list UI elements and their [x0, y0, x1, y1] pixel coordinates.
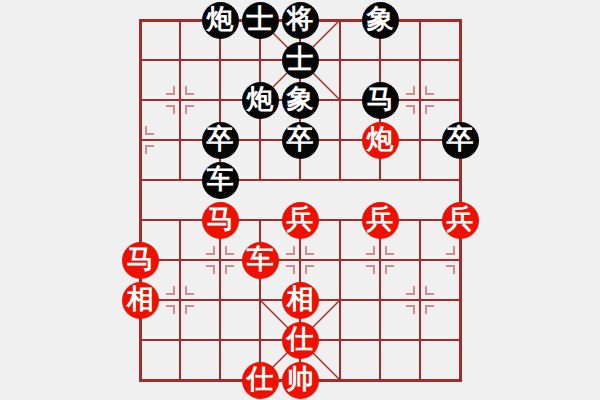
piece-red-chariot[interactable]: 车 [242, 242, 279, 279]
point-marker [166, 105, 175, 114]
piece-red-advisor[interactable]: 仕 [242, 362, 279, 399]
piece-black-chariot[interactable]: 车 [202, 162, 239, 199]
piece-glyph: 炮 [247, 86, 274, 113]
piece-black-advisor[interactable]: 士 [282, 42, 319, 79]
grid-line [419, 19, 421, 181]
piece-red-soldier[interactable]: 兵 [282, 202, 319, 239]
piece-black-elephant[interactable]: 象 [362, 2, 399, 39]
piece-glyph: 卒 [207, 126, 234, 153]
piece-glyph: 兵 [287, 206, 314, 233]
point-marker [385, 246, 394, 255]
piece-glyph: 马 [127, 246, 154, 273]
point-marker [185, 105, 194, 114]
piece-red-soldier[interactable]: 兵 [362, 202, 399, 239]
point-marker [185, 305, 194, 314]
grid-line [139, 19, 142, 382]
xiangqi-board: 炮士将象士炮象马卒卒炮卒车马兵兵兵马车相相仕仕帅 [0, 0, 600, 400]
grid-line [459, 19, 462, 382]
point-marker [206, 265, 215, 274]
piece-black-soldier[interactable]: 卒 [202, 122, 239, 159]
point-marker [206, 246, 215, 255]
piece-red-advisor[interactable]: 仕 [282, 322, 319, 359]
point-marker [406, 305, 415, 314]
piece-red-elephant[interactable]: 相 [282, 282, 319, 319]
point-marker [166, 286, 175, 295]
piece-glyph: 车 [207, 166, 234, 193]
point-marker [166, 86, 175, 95]
grid-line [219, 219, 221, 381]
point-marker [305, 246, 314, 255]
piece-glyph: 士 [247, 6, 274, 33]
piece-red-general[interactable]: 帅 [282, 362, 319, 399]
point-marker [185, 86, 194, 95]
point-marker [446, 265, 455, 274]
grid-line [339, 19, 341, 181]
piece-black-general[interactable]: 将 [282, 2, 319, 39]
point-marker [225, 265, 234, 274]
piece-glyph: 象 [367, 6, 394, 33]
piece-black-cannon[interactable]: 炮 [202, 2, 239, 39]
piece-glyph: 将 [287, 6, 314, 33]
point-marker [185, 286, 194, 295]
grid-line [419, 219, 421, 381]
piece-glyph: 马 [367, 86, 394, 113]
grid-line [179, 19, 181, 181]
piece-glyph: 车 [247, 246, 274, 273]
piece-black-elephant[interactable]: 象 [282, 82, 319, 119]
grid-line [379, 219, 381, 381]
point-marker [406, 286, 415, 295]
point-marker [366, 265, 375, 274]
piece-glyph: 士 [287, 46, 314, 73]
piece-glyph: 兵 [447, 206, 474, 233]
point-marker [425, 305, 434, 314]
point-marker [286, 246, 295, 255]
point-marker [305, 265, 314, 274]
point-marker [425, 105, 434, 114]
piece-glyph: 相 [127, 286, 154, 313]
point-marker [145, 126, 154, 135]
piece-black-advisor[interactable]: 士 [242, 2, 279, 39]
piece-red-elephant[interactable]: 相 [122, 282, 159, 319]
point-marker [425, 286, 434, 295]
piece-glyph: 卒 [447, 126, 474, 153]
point-marker [406, 86, 415, 95]
piece-glyph: 仕 [247, 366, 274, 393]
piece-glyph: 象 [287, 86, 314, 113]
point-marker [385, 265, 394, 274]
piece-red-cannon[interactable]: 炮 [362, 122, 399, 159]
piece-glyph: 炮 [367, 126, 394, 153]
grid-line [339, 219, 341, 381]
piece-black-horse[interactable]: 马 [362, 82, 399, 119]
piece-glyph: 兵 [367, 206, 394, 233]
point-marker [366, 246, 375, 255]
point-marker [425, 86, 434, 95]
piece-red-horse[interactable]: 马 [122, 242, 159, 279]
point-marker [145, 145, 154, 154]
piece-black-soldier[interactable]: 卒 [282, 122, 319, 159]
piece-red-soldier[interactable]: 兵 [442, 202, 479, 239]
piece-glyph: 马 [207, 206, 234, 233]
piece-red-horse[interactable]: 马 [202, 202, 239, 239]
point-marker [446, 246, 455, 255]
piece-glyph: 卒 [287, 126, 314, 153]
piece-black-soldier[interactable]: 卒 [442, 122, 479, 159]
piece-glyph: 炮 [207, 6, 234, 33]
xiangqi-diagram: 炮士将象士炮象马卒卒炮卒车马兵兵兵马车相相仕仕帅 [0, 0, 600, 400]
piece-glyph: 仕 [287, 326, 314, 353]
point-marker [225, 246, 234, 255]
piece-glyph: 相 [287, 286, 314, 313]
point-marker [286, 265, 295, 274]
point-marker [166, 305, 175, 314]
grid-line [179, 219, 181, 381]
point-marker [406, 105, 415, 114]
piece-black-cannon[interactable]: 炮 [242, 82, 279, 119]
piece-glyph: 帅 [287, 366, 314, 393]
